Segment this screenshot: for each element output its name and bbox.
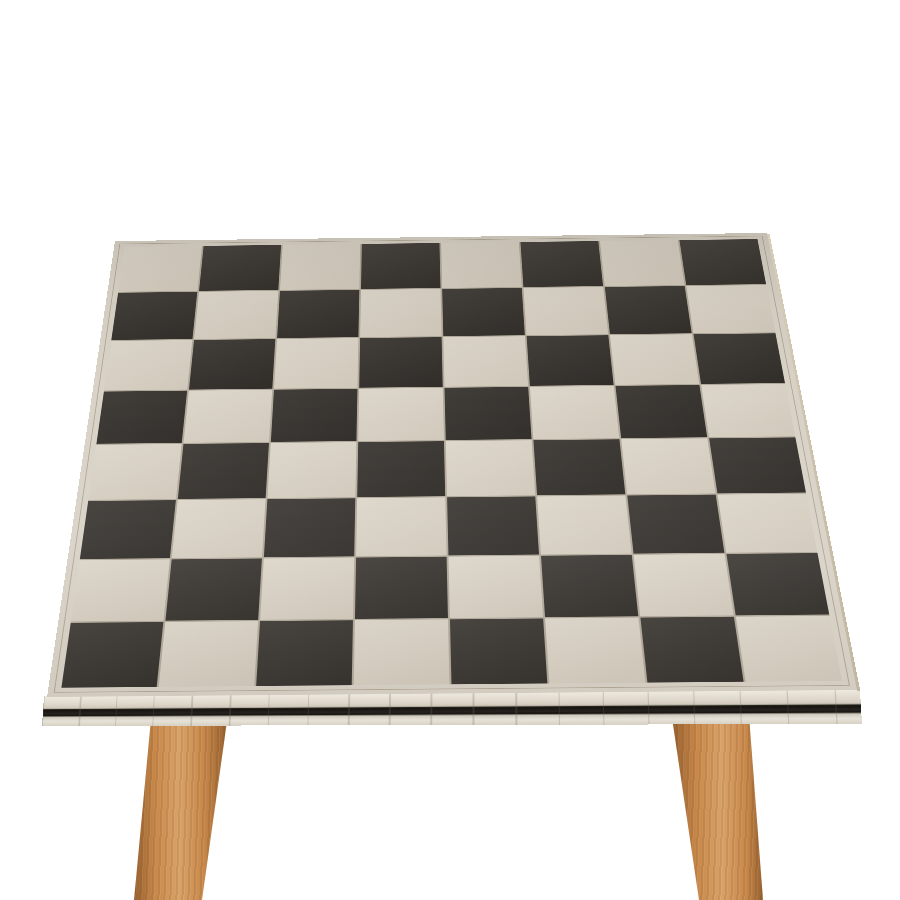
table-leg-left <box>134 708 228 900</box>
chessboard <box>47 233 857 697</box>
chess-table-photo <box>0 0 900 900</box>
board-border-line <box>54 236 850 693</box>
table-leg-right <box>671 708 763 900</box>
